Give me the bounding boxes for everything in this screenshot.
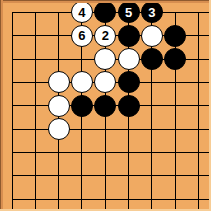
board-intersection <box>0 1 23 24</box>
board-intersection <box>94 117 117 140</box>
board-intersection <box>187 24 210 47</box>
black-stone <box>71 95 93 117</box>
board-intersection <box>140 117 163 140</box>
board-intersection <box>24 187 47 210</box>
black-stone <box>118 95 140 117</box>
black-stone <box>94 95 116 117</box>
white-stone <box>141 25 163 47</box>
board-intersection <box>164 1 187 24</box>
move-number-label: 3 <box>148 6 155 19</box>
board-intersection <box>140 141 163 164</box>
board-intersection <box>24 164 47 187</box>
board-intersection <box>0 24 23 47</box>
board-intersection <box>164 141 187 164</box>
board-intersection <box>187 141 210 164</box>
board-intersection <box>70 141 93 164</box>
black-stone <box>118 71 140 93</box>
board-intersection <box>117 164 140 187</box>
board-intersection <box>164 164 187 187</box>
board-frame-left <box>0 0 3 211</box>
board-intersection <box>24 71 47 94</box>
board-intersection <box>0 187 23 210</box>
board-intersection <box>0 94 23 117</box>
black-stone-move-5: 5 <box>118 1 140 23</box>
board-intersection <box>187 1 210 24</box>
white-stone <box>48 95 70 117</box>
go-board-grid: 45362 <box>0 1 210 211</box>
board-intersection <box>117 117 140 140</box>
board-intersection <box>187 187 210 210</box>
board-intersection <box>47 1 70 24</box>
board-intersection <box>94 187 117 210</box>
board-intersection <box>47 47 70 70</box>
board-intersection <box>187 71 210 94</box>
move-number-label: 5 <box>125 6 132 19</box>
board-frame-right <box>209 0 211 211</box>
board-intersection <box>94 164 117 187</box>
board-intersection <box>47 24 70 47</box>
white-stone-move-2: 2 <box>94 25 116 47</box>
board-intersection <box>187 117 210 140</box>
board-intersection <box>70 117 93 140</box>
board-intersection <box>70 187 93 210</box>
board-intersection <box>0 141 23 164</box>
board-intersection <box>187 47 210 70</box>
black-stone <box>141 48 163 70</box>
go-board-diagram: 45362 <box>0 0 211 211</box>
board-intersection <box>140 164 163 187</box>
board-intersection <box>187 164 210 187</box>
board-intersection <box>94 141 117 164</box>
move-number-label: 2 <box>102 29 109 42</box>
board-intersection <box>164 117 187 140</box>
board-intersection <box>47 141 70 164</box>
white-stone <box>118 48 140 70</box>
board-intersection <box>140 71 163 94</box>
move-number-label: 4 <box>78 6 85 19</box>
board-intersection <box>164 71 187 94</box>
board-intersection <box>24 94 47 117</box>
board-intersection <box>70 164 93 187</box>
board-intersection <box>47 164 70 187</box>
board-intersection <box>70 47 93 70</box>
white-stone-move-6: 6 <box>71 25 93 47</box>
board-intersection <box>24 47 47 70</box>
black-stone <box>118 25 140 47</box>
board-intersection <box>24 117 47 140</box>
board-intersection <box>164 187 187 210</box>
move-number-label: 6 <box>78 29 85 42</box>
white-stone <box>48 118 70 140</box>
board-intersection <box>140 94 163 117</box>
board-intersection <box>117 141 140 164</box>
board-intersection <box>164 94 187 117</box>
board-intersection <box>117 187 140 210</box>
black-stone <box>164 25 186 47</box>
white-stone <box>48 71 70 93</box>
board-intersection <box>0 71 23 94</box>
board-intersection <box>0 117 23 140</box>
board-intersection <box>24 1 47 24</box>
board-frame-bottom <box>0 209 211 211</box>
board-frame-top <box>0 0 211 3</box>
board-intersection <box>24 141 47 164</box>
board-intersection <box>24 24 47 47</box>
board-intersection <box>187 94 210 117</box>
board-intersection <box>47 187 70 210</box>
board-intersection <box>0 47 23 70</box>
board-intersection <box>140 187 163 210</box>
board-intersection <box>0 164 23 187</box>
